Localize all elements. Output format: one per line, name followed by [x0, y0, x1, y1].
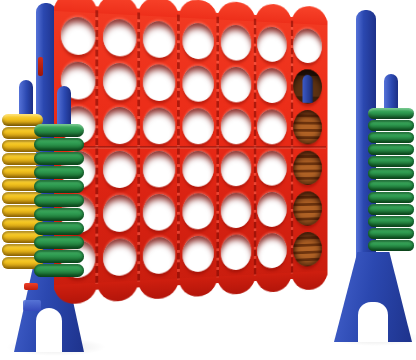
bottom-scallop [97, 281, 139, 303]
board-hole-r3c5 [221, 108, 252, 144]
board-cell [140, 190, 179, 234]
left-foot-arch [36, 308, 62, 352]
board-cell [140, 103, 179, 147]
board-hole-r6c2 [103, 238, 136, 276]
top-scallop [54, 0, 97, 13]
board-hole-r3c3 [143, 107, 175, 144]
board-hole-r6c4 [182, 235, 213, 272]
board-hole-r5c6 [257, 191, 287, 227]
board-cell [217, 230, 254, 273]
board-cell [140, 16, 179, 61]
board-cell [217, 63, 254, 106]
board-cell [179, 61, 217, 105]
green-ring [368, 192, 414, 203]
board-hole-r4c7 [293, 150, 322, 185]
board-cell [254, 105, 290, 147]
board-hole-r2c3 [143, 63, 175, 100]
board-hole-r3c4 [182, 108, 213, 144]
board-hole-r1c4 [182, 22, 213, 59]
green-ring [34, 138, 84, 151]
bottom-scallop [138, 279, 178, 300]
green-ring [34, 124, 84, 137]
bottom-scallop [218, 275, 256, 296]
board-hole-r5c5 [221, 192, 252, 228]
board-hole-r3c2 [103, 106, 136, 143]
board-hole-r1c1 [61, 16, 96, 55]
board-cell [254, 64, 290, 106]
board-cell [179, 231, 217, 275]
green-ring [34, 250, 84, 263]
board-cell [290, 106, 325, 147]
board-cell [99, 14, 140, 60]
green-ring [368, 108, 414, 119]
board-hole-r4c3 [143, 150, 175, 187]
green-ring [34, 264, 84, 277]
green-ring [34, 194, 84, 207]
board-cell [179, 147, 217, 190]
green-ring [34, 236, 84, 249]
ring-post-tip [384, 74, 398, 112]
board-cell [179, 18, 217, 62]
upright-slot-detail [38, 57, 43, 76]
board-cell [99, 59, 140, 104]
board-cell [99, 234, 140, 280]
green-ring [34, 180, 84, 193]
green-ring [34, 166, 84, 179]
green-ring [368, 228, 414, 239]
board-hole-r5c3 [143, 193, 175, 230]
board-hole-r4c6 [257, 150, 287, 185]
board-cell [254, 229, 290, 272]
green-ring [368, 144, 414, 155]
board-hole-r3c7 [293, 109, 322, 144]
top-scallop [292, 5, 328, 25]
bottom-scallop [292, 271, 328, 291]
board-hole-r5c4 [182, 193, 213, 230]
board-hole-r4c5 [221, 150, 252, 186]
ring-stack-green-right [368, 74, 414, 251]
board-cell [99, 191, 140, 236]
left-foot-latch [24, 283, 38, 290]
green-ring [34, 208, 84, 221]
board-hole-r1c2 [103, 18, 136, 57]
green-ring [368, 216, 414, 227]
ring-post-tip [57, 86, 71, 128]
board-hole-r2c2 [103, 62, 136, 100]
board-hole-r1c6 [257, 26, 287, 62]
board-hole-r1c5 [221, 24, 252, 61]
board-hole-r2c4 [182, 65, 213, 102]
right-foot-arch [358, 302, 388, 342]
board-cell [140, 233, 179, 278]
board-cell [179, 189, 217, 233]
top-scallop [179, 0, 218, 20]
board-cell [217, 147, 254, 189]
board-hole-r2c5 [221, 66, 252, 102]
board-cell [140, 60, 179, 104]
green-ring [368, 120, 414, 131]
board-cell [217, 20, 254, 63]
ring-stack-green-left [34, 86, 84, 277]
board-cell [290, 24, 325, 66]
board-cell [99, 147, 140, 191]
green-ring [368, 156, 414, 167]
board-cell [140, 147, 179, 191]
green-ring [368, 180, 414, 191]
board-hole-r1c7 [293, 28, 322, 64]
board-cell [99, 103, 140, 147]
top-scallop [138, 0, 178, 17]
green-ring [368, 204, 414, 215]
board-face [54, 4, 328, 292]
green-ring [368, 132, 414, 143]
board-hole-r2c6 [257, 67, 287, 103]
bottom-scallop [255, 273, 292, 293]
board-cell [254, 147, 290, 189]
board-hole-r6c6 [257, 232, 287, 268]
back-post-through-hole [303, 75, 313, 103]
board-hole-r2c7 [293, 68, 322, 103]
board-cell [290, 228, 325, 270]
product-photo-giant-connect-four [0, 0, 416, 360]
board-hole-r6c7 [293, 231, 322, 267]
ring-post-tip [19, 80, 33, 118]
green-ring [368, 168, 414, 179]
board-cell [254, 22, 290, 65]
green-ring [34, 152, 84, 165]
connect-four-board [54, 4, 328, 292]
board-cell [179, 104, 217, 147]
board-cell [290, 147, 325, 188]
foot-logo-emboss [23, 300, 41, 311]
board-hole-r4c2 [103, 150, 136, 187]
board-hole-r6c3 [143, 236, 175, 274]
board-grid [57, 12, 325, 282]
top-scallop [255, 3, 292, 23]
board-hole-r4c4 [182, 150, 213, 186]
board-hole-r1c3 [143, 20, 175, 58]
board-hole-r5c7 [293, 191, 322, 226]
board-hole-r6c5 [221, 234, 252, 271]
bottom-scallop [179, 276, 218, 297]
board-cell [217, 105, 254, 147]
green-ring [368, 240, 414, 251]
board-cell [57, 12, 99, 58]
board-cell [254, 188, 290, 230]
board-cell [290, 65, 325, 107]
board-cell [217, 189, 254, 232]
green-ring [34, 222, 84, 235]
board-hole-r5c2 [103, 194, 136, 232]
top-scallop [97, 0, 139, 15]
board-cell [290, 187, 325, 229]
top-scallop [218, 1, 256, 22]
board-hole-r3c6 [257, 109, 287, 144]
